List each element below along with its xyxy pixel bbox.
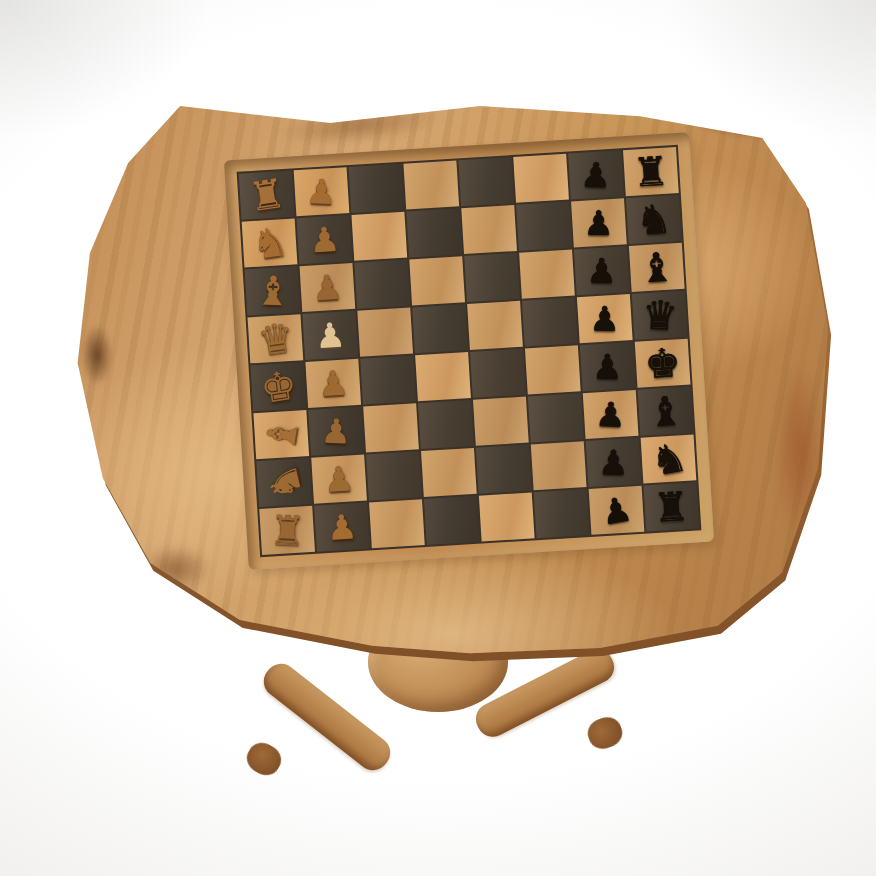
board-frame: ♜♟♟♜♞♟♟♞♝♟♟♝♛♟♟♛♚♟♟♚♝♟♟♝♞♟♟♞♜♟♟♜ (224, 132, 714, 570)
chess-piece-white-pawn[interactable]: ♟ (317, 365, 350, 401)
chess-piece-white-pawn[interactable]: ♟ (320, 414, 352, 449)
board-square[interactable]: ♟ (571, 198, 627, 247)
chess-piece-white-pawn[interactable]: ♟ (306, 174, 338, 209)
chess-piece-white-pawn[interactable]: ♟ (311, 270, 344, 306)
board-square[interactable]: ♜ (644, 482, 700, 531)
board-square[interactable]: ♝ (629, 243, 685, 292)
chess-piece-white-king[interactable]: ♚ (258, 364, 299, 409)
board-square[interactable] (525, 345, 581, 394)
board-square[interactable] (479, 492, 535, 541)
chess-piece-white-rook[interactable]: ♜ (268, 510, 306, 552)
board-square[interactable]: ♟ (302, 311, 358, 360)
chess-board: ♜♟♟♜♞♟♟♞♝♟♟♝♛♟♟♛♚♟♟♚♝♟♟♝♞♟♟♞♜♟♟♜ (239, 147, 700, 555)
chess-piece-black-rook[interactable]: ♜ (632, 151, 670, 193)
chess-piece-white-pawn[interactable]: ♟ (323, 461, 356, 497)
chess-piece-black-knight[interactable]: ♞ (635, 198, 673, 240)
board-square[interactable] (519, 250, 575, 299)
board-square[interactable] (467, 301, 523, 350)
board-square[interactable] (516, 202, 572, 251)
board-square[interactable] (366, 451, 422, 500)
board-square[interactable] (461, 205, 517, 254)
chess-piece-white-pawn[interactable]: ♟ (314, 318, 347, 354)
board-square[interactable] (418, 400, 474, 449)
board-square[interactable] (415, 352, 471, 401)
chess-piece-white-knight[interactable]: ♞ (249, 221, 290, 266)
board-square[interactable]: ♝ (638, 387, 694, 436)
chess-piece-black-pawn[interactable]: ♟ (595, 397, 627, 432)
chess-piece-white-pawn[interactable]: ♟ (308, 222, 341, 258)
board-square[interactable] (534, 489, 590, 538)
board-square[interactable]: ♛ (248, 314, 304, 363)
board-square[interactable]: ♟ (297, 215, 353, 264)
chess-piece-white-queen[interactable]: ♛ (255, 316, 296, 361)
board-square[interactable] (403, 160, 459, 209)
board-square[interactable]: ♟ (574, 246, 630, 295)
board-square[interactable]: ♚ (250, 362, 306, 411)
board-square[interactable]: ♞ (626, 195, 682, 244)
board-square[interactable]: ♟ (577, 294, 633, 343)
chess-piece-black-pawn[interactable]: ♟ (592, 349, 623, 383)
board-square[interactable] (531, 441, 587, 490)
board-square[interactable]: ♟ (568, 150, 624, 199)
chess-piece-black-king[interactable]: ♚ (643, 342, 681, 384)
chess-piece-white-pawn[interactable]: ♟ (326, 509, 359, 545)
board-square[interactable]: ♟ (314, 503, 370, 552)
pedestal-leg-left-foot (242, 738, 286, 781)
board-square[interactable] (363, 403, 419, 452)
board-square[interactable] (473, 397, 529, 446)
board-square[interactable]: ♟ (580, 342, 636, 391)
chess-piece-white-bishop[interactable]: ♝ (259, 414, 304, 455)
chess-piece-black-pawn[interactable]: ♟ (580, 157, 612, 192)
board-square[interactable] (470, 349, 526, 398)
board-square[interactable] (357, 308, 413, 357)
board-square[interactable] (406, 208, 462, 257)
board-square[interactable] (513, 154, 569, 203)
board-square[interactable] (360, 355, 416, 404)
board-square[interactable] (464, 253, 520, 302)
board-square[interactable] (522, 297, 578, 346)
chess-piece-black-bishop[interactable]: ♝ (646, 390, 684, 432)
board-square[interactable]: ♜ (239, 170, 295, 219)
board-square[interactable] (421, 448, 477, 497)
board-square[interactable] (412, 304, 468, 353)
board-square[interactable]: ♟ (311, 455, 367, 504)
board-square[interactable] (458, 157, 514, 206)
chess-piece-black-rook[interactable]: ♜ (652, 486, 690, 528)
board-square[interactable]: ♚ (635, 339, 691, 388)
board-square[interactable]: ♟ (589, 486, 645, 535)
board-square[interactable]: ♞ (256, 458, 312, 507)
chess-piece-black-bishop[interactable]: ♝ (638, 246, 676, 288)
board-square[interactable] (424, 496, 480, 545)
board-square[interactable]: ♜ (623, 147, 679, 196)
chess-piece-black-knight[interactable]: ♞ (647, 436, 690, 482)
chess-piece-white-rook[interactable]: ♜ (246, 173, 287, 218)
board-square[interactable]: ♟ (294, 167, 350, 216)
board-square[interactable]: ♟ (308, 407, 364, 456)
board-square[interactable] (528, 393, 584, 442)
pedestal-leg-right-foot (584, 713, 626, 753)
chess-piece-black-queen[interactable]: ♛ (641, 295, 679, 337)
board-square[interactable] (349, 164, 405, 213)
board-square[interactable]: ♞ (641, 434, 697, 483)
chess-piece-white-bishop[interactable]: ♝ (254, 270, 292, 312)
board-square[interactable]: ♜ (259, 506, 315, 555)
board-square[interactable] (369, 499, 425, 548)
board-square[interactable]: ♟ (586, 438, 642, 487)
board-square[interactable] (476, 445, 532, 494)
board-square[interactable] (351, 212, 407, 261)
board-square[interactable]: ♝ (245, 266, 301, 315)
board-square[interactable]: ♟ (300, 263, 356, 312)
board-square[interactable]: ♝ (253, 410, 309, 459)
board-square[interactable]: ♟ (305, 359, 361, 408)
chess-piece-black-pawn[interactable]: ♟ (598, 445, 629, 479)
board-square[interactable]: ♞ (242, 218, 298, 267)
wood-knot (82, 326, 112, 384)
board-square[interactable]: ♛ (632, 291, 688, 340)
chess-piece-white-knight[interactable]: ♞ (261, 460, 308, 504)
board-square[interactable] (354, 260, 410, 309)
chess-piece-black-pawn[interactable]: ♟ (598, 491, 634, 530)
product-photo-scene: ♜♟♟♜♞♟♟♞♝♟♟♝♛♟♟♛♚♟♟♚♝♟♟♝♞♟♟♞♜♟♟♜ (0, 0, 876, 876)
chess-piece-black-pawn[interactable]: ♟ (589, 302, 620, 336)
board-square[interactable]: ♟ (583, 390, 639, 439)
board-square[interactable] (409, 256, 465, 305)
chess-piece-black-pawn[interactable]: ♟ (586, 254, 617, 288)
chess-piece-black-pawn[interactable]: ♟ (584, 206, 615, 240)
